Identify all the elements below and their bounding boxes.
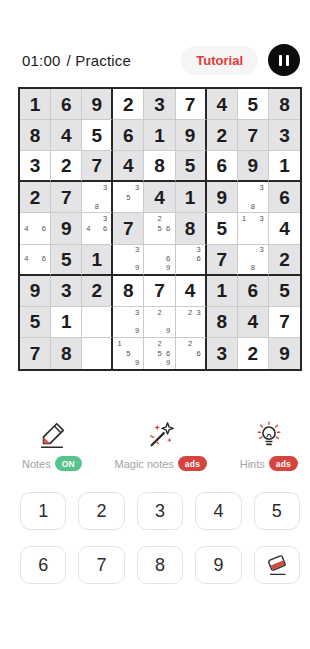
- magic-notes-ads-badge: ads: [178, 456, 207, 471]
- cell-r6c8[interactable]: 38: [238, 245, 269, 276]
- cell-r7c9[interactable]: 5: [269, 276, 300, 307]
- magic-notes-label: Magic notes: [115, 458, 174, 470]
- cell-r6c5[interactable]: 69: [144, 245, 175, 276]
- cell-r4c6[interactable]: 1: [176, 182, 207, 213]
- cell-r2c8[interactable]: 7: [238, 120, 269, 151]
- cell-r9c8[interactable]: 2: [238, 338, 269, 369]
- sudoku-board[interactable]: 1692374588456192733274856912738354193864…: [18, 87, 302, 371]
- pencil-notes: 346: [84, 214, 109, 242]
- tutorial-button[interactable]: Tutorial: [181, 46, 258, 75]
- cell-r6c7[interactable]: 7: [207, 245, 238, 276]
- pause-icon: [279, 55, 290, 66]
- cell-r8c4[interactable]: 39: [113, 307, 144, 338]
- pencil-notes: 36: [178, 246, 203, 273]
- cell-r8c2[interactable]: 1: [51, 307, 82, 338]
- notes-tool-caption: Notes ON: [22, 456, 82, 471]
- cell-r8c9[interactable]: 7: [269, 307, 300, 338]
- cell-r4c8[interactable]: 38: [238, 182, 269, 213]
- cell-r3c2[interactable]: 2: [51, 151, 82, 182]
- pencil-notes: 26: [178, 339, 203, 368]
- cell-r3c5[interactable]: 8: [144, 151, 175, 182]
- pencil-notes: 2569: [146, 339, 172, 368]
- timer: 01:00: [22, 52, 61, 69]
- pencil-notes: 46: [22, 246, 48, 273]
- cell-r7c5[interactable]: 7: [144, 276, 175, 307]
- lightbulb-icon: [254, 420, 284, 450]
- cell-r8c3[interactable]: [82, 307, 113, 338]
- cell-r6c9[interactable]: 2: [269, 245, 300, 276]
- cell-r5c5[interactable]: 256: [144, 213, 175, 244]
- cell-r6c6[interactable]: 36: [176, 245, 207, 276]
- hints-tool-button[interactable]: Hints ads: [240, 420, 298, 471]
- cell-r3c9[interactable]: 1: [269, 151, 300, 182]
- numpad-key-1[interactable]: 1: [20, 492, 66, 530]
- cell-r1c1[interactable]: 1: [20, 89, 51, 120]
- cell-r9c9[interactable]: 9: [269, 338, 300, 369]
- cell-r4c5[interactable]: 4: [144, 182, 175, 213]
- cell-r7c2[interactable]: 3: [51, 276, 82, 307]
- notes-label: Notes: [22, 458, 51, 470]
- cell-r7c3[interactable]: 2: [82, 276, 113, 307]
- cell-r2c5[interactable]: 1: [144, 120, 175, 151]
- cell-r5c6[interactable]: 8: [176, 213, 207, 244]
- magic-notes-tool-button[interactable]: Magic notes ads: [115, 420, 208, 471]
- cell-r5c3[interactable]: 346: [82, 213, 113, 244]
- pencil-notes: 29: [146, 308, 172, 336]
- cell-r5c8[interactable]: 13: [238, 213, 269, 244]
- pencil-notes: 38: [84, 183, 109, 211]
- notes-tool-button[interactable]: Notes ON: [22, 420, 82, 471]
- notes-on-badge: ON: [55, 456, 82, 471]
- cell-r5c2[interactable]: 9: [51, 213, 82, 244]
- cell-r1c6[interactable]: 7: [176, 89, 207, 120]
- numpad-key-2[interactable]: 2: [78, 492, 124, 530]
- cell-r3c3[interactable]: 7: [82, 151, 113, 182]
- cell-r6c4[interactable]: 39: [113, 245, 144, 276]
- pencil-notes: 35: [115, 183, 141, 211]
- cell-r1c8[interactable]: 5: [238, 89, 269, 120]
- pencil-notes: 46: [22, 214, 48, 242]
- pencil-notes: 23: [178, 308, 203, 336]
- cell-r6c1[interactable]: 46: [20, 245, 51, 276]
- header-actions: Tutorial: [181, 44, 300, 76]
- timer-mode: 01:00 / Practice: [22, 52, 131, 69]
- numpad-key-7[interactable]: 7: [78, 546, 124, 584]
- cell-r3c6[interactable]: 5: [176, 151, 207, 182]
- cell-r7c6[interactable]: 4: [176, 276, 207, 307]
- pencil-notes: 39: [115, 246, 141, 273]
- hints-label: Hints: [240, 458, 265, 470]
- numpad-key-6[interactable]: 6: [20, 546, 66, 584]
- cell-r7c4[interactable]: 8: [113, 276, 144, 307]
- cell-r7c1[interactable]: 9: [20, 276, 51, 307]
- cell-r8c7[interactable]: 8: [207, 307, 238, 338]
- numpad-key-9[interactable]: 9: [195, 546, 241, 584]
- cell-r6c2[interactable]: 5: [51, 245, 82, 276]
- pencil-notes: 256: [146, 214, 172, 242]
- cell-r1c5[interactable]: 3: [144, 89, 175, 120]
- cell-r9c1[interactable]: 7: [20, 338, 51, 369]
- cell-r4c7[interactable]: 9: [207, 182, 238, 213]
- cell-r5c9[interactable]: 4: [269, 213, 300, 244]
- cell-r4c9[interactable]: 6: [269, 182, 300, 213]
- hints-tool-caption: Hints ads: [240, 456, 298, 471]
- numpad-key-3[interactable]: 3: [137, 492, 183, 530]
- cell-r9c5[interactable]: 2569: [144, 338, 175, 369]
- cell-r2c7[interactable]: 2: [207, 120, 238, 151]
- eraser-button[interactable]: [254, 546, 300, 584]
- cell-r4c4[interactable]: 35: [113, 182, 144, 213]
- top-bar: 01:00 / Practice Tutorial: [22, 44, 300, 76]
- cell-r1c2[interactable]: 6: [51, 89, 82, 120]
- cell-r8c6[interactable]: 23: [176, 307, 207, 338]
- cell-r3c8[interactable]: 9: [238, 151, 269, 182]
- sudoku-app-screen: 01:00 / Practice Tutorial 16923745884561…: [10, 0, 310, 649]
- pencil-notes: 38: [240, 183, 266, 211]
- pencil-notes: 159: [115, 339, 141, 368]
- cell-r1c3[interactable]: 9: [82, 89, 113, 120]
- pencil-notes: 39: [115, 308, 141, 336]
- cell-r5c7[interactable]: 5: [207, 213, 238, 244]
- cell-r2c9[interactable]: 3: [269, 120, 300, 151]
- cell-r9c4[interactable]: 159: [113, 338, 144, 369]
- cell-r1c7[interactable]: 4: [207, 89, 238, 120]
- cell-r9c3[interactable]: [82, 338, 113, 369]
- cell-r6c3[interactable]: 1: [82, 245, 113, 276]
- cell-r5c1[interactable]: 46: [20, 213, 51, 244]
- cell-r7c7[interactable]: 1: [207, 276, 238, 307]
- magic-wand-icon: [146, 420, 176, 450]
- cell-r2c1[interactable]: 8: [20, 120, 51, 151]
- cell-r9c7[interactable]: 3: [207, 338, 238, 369]
- cell-r2c3[interactable]: 5: [82, 120, 113, 151]
- cell-r4c1[interactable]: 2: [20, 182, 51, 213]
- cell-r4c2[interactable]: 7: [51, 182, 82, 213]
- magic-notes-tool-caption: Magic notes ads: [115, 456, 208, 471]
- cell-r8c5[interactable]: 29: [144, 307, 175, 338]
- eraser-icon: [264, 552, 290, 578]
- cell-r3c1[interactable]: 3: [20, 151, 51, 182]
- pencil-notes: 69: [146, 246, 172, 273]
- cell-r9c2[interactable]: 8: [51, 338, 82, 369]
- numpad-key-5[interactable]: 5: [254, 492, 300, 530]
- cell-r3c4[interactable]: 4: [113, 151, 144, 182]
- number-pad: 123456789: [20, 492, 300, 584]
- pencil-notes: 13: [240, 214, 266, 242]
- cell-r2c4[interactable]: 6: [113, 120, 144, 151]
- cell-r1c9[interactable]: 8: [269, 89, 300, 120]
- pencil-icon: [37, 420, 67, 450]
- mode-label: / Practice: [67, 52, 132, 69]
- cell-r8c8[interactable]: 4: [238, 307, 269, 338]
- cell-r2c6[interactable]: 9: [176, 120, 207, 151]
- cell-r8c1[interactable]: 5: [20, 307, 51, 338]
- cell-r4c3[interactable]: 38: [82, 182, 113, 213]
- pause-button[interactable]: [268, 44, 300, 76]
- numpad-key-8[interactable]: 8: [137, 546, 183, 584]
- cell-r1c4[interactable]: 2: [113, 89, 144, 120]
- cell-r5c4[interactable]: 7: [113, 213, 144, 244]
- hints-ads-badge: ads: [269, 456, 298, 471]
- numpad-key-4[interactable]: 4: [195, 492, 241, 530]
- cell-r2c2[interactable]: 4: [51, 120, 82, 151]
- cell-r7c8[interactable]: 6: [238, 276, 269, 307]
- cell-r3c7[interactable]: 6: [207, 151, 238, 182]
- tool-bar: Notes ON Magic notes ads: [22, 420, 298, 471]
- cell-r9c6[interactable]: 26: [176, 338, 207, 369]
- pencil-notes: 38: [240, 246, 266, 273]
